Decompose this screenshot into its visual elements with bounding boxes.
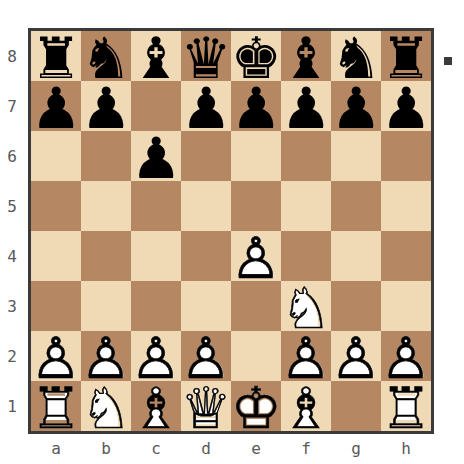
file-label-e: e [231,436,281,460]
square-h8[interactable]: ♜ [381,31,431,81]
piece-glyph-outline: ♗ [131,383,181,433]
piece-black-pawn[interactable]: ♟ [231,81,281,131]
square-a2[interactable]: ♟♙ [31,331,81,381]
square-h5[interactable] [381,181,431,231]
file-label-h: h [381,436,431,460]
square-c1[interactable]: ♝♗ [131,381,181,431]
piece-glyph-fill: ♟ [281,83,331,133]
square-d4[interactable] [181,231,231,281]
piece-glyph-fill: ♟ [81,83,131,133]
square-c6[interactable]: ♟ [131,131,181,181]
square-d7[interactable]: ♟ [181,81,231,131]
square-g5[interactable] [331,181,381,231]
piece-glyph-fill: ♟ [31,83,81,133]
rank-label-4: 4 [0,231,24,281]
square-h4[interactable] [381,231,431,281]
piece-black-pawn[interactable]: ♟ [181,81,231,131]
piece-white-bishop[interactable]: ♝♗ [281,381,331,431]
square-d6[interactable] [181,131,231,181]
piece-white-king[interactable]: ♚♔ [231,381,281,431]
piece-black-rook[interactable]: ♜ [31,31,81,81]
file-label-b: b [81,436,131,460]
square-e8[interactable]: ♚ [231,31,281,81]
piece-white-pawn[interactable]: ♟♙ [131,331,181,381]
side-to-move-indicator [444,57,452,65]
square-b5[interactable] [81,181,131,231]
piece-black-pawn[interactable]: ♟ [131,131,181,181]
square-e3[interactable] [231,281,281,331]
square-b4[interactable] [81,231,131,281]
piece-black-king[interactable]: ♚ [231,31,281,81]
piece-white-pawn[interactable]: ♟♙ [81,331,131,381]
rank-label-1: 1 [0,381,24,431]
piece-black-bishop[interactable]: ♝ [131,31,181,81]
square-d8[interactable]: ♛ [181,31,231,81]
piece-black-pawn[interactable]: ♟ [381,81,431,131]
square-e6[interactable] [231,131,281,181]
piece-black-pawn[interactable]: ♟ [31,81,81,131]
square-d1[interactable]: ♛♕ [181,381,231,431]
square-c3[interactable] [131,281,181,331]
piece-glyph-fill: ♝ [131,33,181,83]
square-g3[interactable] [331,281,381,331]
piece-glyph-fill: ♟ [381,83,431,133]
square-f2[interactable]: ♟♙ [281,331,331,381]
square-f7[interactable]: ♟ [281,81,331,131]
piece-white-bishop[interactable]: ♝♗ [131,381,181,431]
piece-glyph-fill: ♟ [331,83,381,133]
square-h3[interactable] [381,281,431,331]
square-g1[interactable] [331,381,381,431]
square-b7[interactable]: ♟ [81,81,131,131]
piece-white-queen[interactable]: ♛♕ [181,381,231,431]
square-c2[interactable]: ♟♙ [131,331,181,381]
piece-black-pawn[interactable]: ♟ [281,81,331,131]
piece-glyph-outline: ♘ [81,383,131,433]
square-a3[interactable] [31,281,81,331]
square-f8[interactable]: ♝ [281,31,331,81]
rank-label-2: 2 [0,331,24,381]
square-e7[interactable]: ♟ [231,81,281,131]
rank-label-3: 3 [0,281,24,331]
rank-label-7: 7 [0,81,24,131]
piece-white-pawn[interactable]: ♟♙ [331,331,381,381]
piece-white-knight[interactable]: ♞♘ [81,381,131,431]
square-e5[interactable] [231,181,281,231]
piece-white-pawn[interactable]: ♟♙ [31,331,81,381]
chess-board-frame: ♜♞♝♛♚♝♞♜♟♟♟♟♟♟♟♟♟♙♞♘♟♙♟♙♟♙♟♙♟♙♟♙♟♙♜♖♞♘♝♗… [28,28,434,434]
square-a8[interactable]: ♜ [31,31,81,81]
square-a1[interactable]: ♜♖ [31,381,81,431]
rank-labels: 87654321 [0,31,24,431]
square-d5[interactable] [181,181,231,231]
piece-glyph-fill: ♟ [131,133,181,183]
piece-white-pawn[interactable]: ♟♙ [231,231,281,281]
square-b8[interactable]: ♞ [81,31,131,81]
square-b6[interactable] [81,131,131,181]
square-e4[interactable]: ♟♙ [231,231,281,281]
square-c5[interactable] [131,181,181,231]
square-g4[interactable] [331,231,381,281]
piece-black-bishop[interactable]: ♝ [281,31,331,81]
piece-black-rook[interactable]: ♜ [381,31,431,81]
piece-black-queen[interactable]: ♛ [181,31,231,81]
rank-label-8: 8 [0,31,24,81]
piece-glyph-fill: ♟ [181,83,231,133]
piece-white-pawn[interactable]: ♟♙ [381,331,431,381]
piece-white-knight[interactable]: ♞♘ [281,281,331,331]
square-h2[interactable]: ♟♙ [381,331,431,381]
piece-white-pawn[interactable]: ♟♙ [181,331,231,381]
square-b2[interactable]: ♟♙ [81,331,131,381]
piece-black-pawn[interactable]: ♟ [331,81,381,131]
rank-label-5: 5 [0,181,24,231]
square-a7[interactable]: ♟ [31,81,81,131]
square-d3[interactable] [181,281,231,331]
rank-label-6: 6 [0,131,24,181]
square-h1[interactable]: ♜♖ [381,381,431,431]
chess-board[interactable]: ♜♞♝♛♚♝♞♜♟♟♟♟♟♟♟♟♟♙♞♘♟♙♟♙♟♙♟♙♟♙♟♙♟♙♜♖♞♘♝♗… [31,31,431,431]
square-g2[interactable]: ♟♙ [331,331,381,381]
piece-glyph-outline: ♕ [181,383,231,433]
square-g7[interactable]: ♟ [331,81,381,131]
piece-glyph-outline: ♖ [381,383,431,433]
file-label-f: f [281,436,331,460]
square-c4[interactable] [131,231,181,281]
square-b1[interactable]: ♞♘ [81,381,131,431]
square-f5[interactable] [281,181,331,231]
piece-glyph-outline: ♗ [281,383,331,433]
square-e2[interactable] [231,331,281,381]
square-a5[interactable] [31,181,81,231]
square-c8[interactable]: ♝ [131,31,181,81]
square-f1[interactable]: ♝♗ [281,381,331,431]
file-label-d: d [181,436,231,460]
square-f3[interactable]: ♞♘ [281,281,331,331]
square-f4[interactable] [281,231,331,281]
square-f6[interactable] [281,131,331,181]
chess-page: 87654321 ♜♞♝♛♚♝♞♜♟♟♟♟♟♟♟♟♟♙♞♘♟♙♟♙♟♙♟♙♟♙♟… [0,0,464,464]
square-b3[interactable] [81,281,131,331]
piece-glyph-fill: ♟ [231,83,281,133]
piece-glyph-outline: ♙ [231,233,281,283]
file-label-g: g [331,436,381,460]
square-e1[interactable]: ♚♔ [231,381,281,431]
square-a6[interactable] [31,131,81,181]
square-h6[interactable] [381,131,431,181]
piece-white-rook[interactable]: ♜♖ [31,381,81,431]
file-labels: abcdefgh [31,436,431,460]
square-g8[interactable]: ♞ [331,31,381,81]
piece-white-pawn[interactable]: ♟♙ [281,331,331,381]
piece-glyph-outline: ♖ [31,383,81,433]
piece-black-knight[interactable]: ♞ [331,31,381,81]
square-h7[interactable]: ♟ [381,81,431,131]
piece-white-rook[interactable]: ♜♖ [381,381,431,431]
file-label-c: c [131,436,181,460]
square-d2[interactable]: ♟♙ [181,331,231,381]
piece-black-knight[interactable]: ♞ [81,31,131,81]
square-g6[interactable] [331,131,381,181]
piece-glyph-outline: ♔ [231,383,281,433]
piece-black-pawn[interactable]: ♟ [81,81,131,131]
square-a4[interactable] [31,231,81,281]
square-c7[interactable] [131,81,181,131]
file-label-a: a [31,436,81,460]
piece-glyph-outline: ♙ [331,333,381,383]
